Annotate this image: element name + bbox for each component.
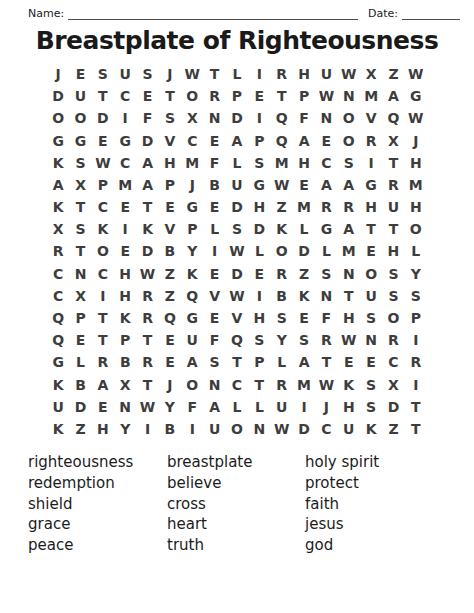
grid-cell-r13c5: T: [136, 329, 158, 351]
grid-cell-r7c15: H: [360, 196, 382, 218]
grid-cell-r15c10: T: [248, 373, 270, 395]
word-breastplate: breastplate: [167, 452, 305, 473]
grid-cell-r7c7: G: [181, 196, 203, 218]
grid-cell-r3c13: N: [315, 107, 337, 129]
grid-cell-r15c11: R: [271, 373, 293, 395]
date-label: Date:: [368, 7, 402, 20]
grid-cell-r7c6: E: [159, 196, 181, 218]
grid-cell-r12c7: G: [181, 307, 203, 329]
grid-cell-r16c3: E: [92, 396, 114, 418]
grid-cell-r10c4: H: [114, 263, 136, 285]
grid-cell-r5c1: K: [47, 152, 69, 174]
grid-cell-r12c16: O: [382, 307, 404, 329]
grid-cell-r12c12: E: [293, 307, 315, 329]
grid-cell-r6c1: A: [47, 174, 69, 196]
grid-cell-r9c12: D: [293, 240, 315, 262]
grid-cell-r14c6: E: [159, 351, 181, 373]
grid-cell-r15c9: C: [226, 373, 248, 395]
grid-cell-r4c1: G: [47, 130, 69, 152]
grid-cell-r16c6: Y: [159, 396, 181, 418]
grid-cell-r3c2: O: [69, 107, 91, 129]
grid-cell-r4c3: E: [92, 130, 114, 152]
grid-cell-r7c5: T: [136, 196, 158, 218]
grid-cell-r12c17: P: [405, 307, 427, 329]
grid-cell-r11c4: H: [114, 285, 136, 307]
grid-cell-r9c5: D: [136, 240, 158, 262]
grid-cell-r10c11: R: [271, 263, 293, 285]
word-shield: shield: [28, 494, 167, 515]
grid-cell-r2c1: D: [47, 85, 69, 107]
grid-cell-r13c10: S: [248, 329, 270, 351]
grid-cell-r12c5: R: [136, 307, 158, 329]
grid-cell-r6c11: W: [271, 174, 293, 196]
grid-cell-r10c16: S: [382, 263, 404, 285]
grid-cell-r13c13: R: [315, 329, 337, 351]
grid-cell-r14c15: E: [360, 351, 382, 373]
grid-cell-r9c10: L: [248, 240, 270, 262]
grid-cell-r17c9: O: [226, 418, 248, 440]
grid-cell-r11c10: I: [248, 285, 270, 307]
grid-cell-r17c16: Z: [382, 418, 404, 440]
grid-cell-r9c1: R: [47, 240, 69, 262]
grid-cell-r3c16: Q: [382, 107, 404, 129]
grid-cell-r13c6: E: [159, 329, 181, 351]
grid-cell-r3c3: D: [92, 107, 114, 129]
grid-cell-r2c7: O: [181, 85, 203, 107]
grid-cell-r2c12: P: [293, 85, 315, 107]
word-list-column-1: righteousnessredemptionshieldgracepeace: [28, 452, 167, 556]
grid-cell-r6c9: U: [226, 174, 248, 196]
grid-cell-r12c11: S: [271, 307, 293, 329]
grid-cell-r6c6: P: [159, 174, 181, 196]
grid-cell-r2c14: N: [338, 85, 360, 107]
grid-cell-r17c1: K: [47, 418, 69, 440]
grid-cell-r4c17: J: [405, 130, 427, 152]
grid-cell-r1c15: X: [360, 63, 382, 85]
grid-cell-r1c8: T: [203, 63, 225, 85]
grid-cell-r2c17: G: [405, 85, 427, 107]
grid-cell-r3c4: I: [114, 107, 136, 129]
grid-cell-r6c12: E: [293, 174, 315, 196]
grid-cell-r1c1: J: [47, 63, 69, 85]
grid-cell-r11c14: T: [338, 285, 360, 307]
grid-cell-r8c8: L: [203, 218, 225, 240]
grid-cell-r5c12: H: [293, 152, 315, 174]
grid-cell-r3c12: F: [293, 107, 315, 129]
grid-cell-r15c1: K: [47, 373, 69, 395]
grid-cell-r13c14: W: [338, 329, 360, 351]
grid-cell-r7c11: Z: [271, 196, 293, 218]
grid-cell-r4c12: A: [293, 130, 315, 152]
grid-cell-r13c1: Q: [47, 329, 69, 351]
grid-cell-r1c5: S: [136, 63, 158, 85]
grid-cell-r9c9: W: [226, 240, 248, 262]
word-list: righteousnessredemptionshieldgracepeaceb…: [28, 452, 460, 556]
grid-cell-r6c15: G: [360, 174, 382, 196]
grid-cell-r13c2: E: [69, 329, 91, 351]
grid-cell-r7c4: E: [114, 196, 136, 218]
grid-cell-r17c12: D: [293, 418, 315, 440]
word-holy-spirit: holy spirit: [305, 452, 445, 473]
grid-cell-r4c15: R: [360, 130, 382, 152]
word-jesus: jesus: [305, 514, 445, 535]
grid-cell-r5c8: F: [203, 152, 225, 174]
grid-cell-r11c17: S: [405, 285, 427, 307]
grid-cell-r14c12: A: [293, 351, 315, 373]
word-list-column-3: holy spiritprotectfaithjesusgod: [305, 452, 445, 556]
grid-cell-r10c15: O: [360, 263, 382, 285]
grid-cell-r16c2: D: [69, 396, 91, 418]
grid-cell-r9c14: M: [338, 240, 360, 262]
grid-cell-r3c7: X: [181, 107, 203, 129]
grid-cell-r13c16: R: [382, 329, 404, 351]
grid-cell-r12c9: V: [226, 307, 248, 329]
grid-cell-r11c16: S: [382, 285, 404, 307]
grid-cell-r8c11: K: [271, 218, 293, 240]
grid-cell-r10c2: N: [69, 263, 91, 285]
grid-cell-r3c6: S: [159, 107, 181, 129]
grid-cell-r8c17: O: [405, 218, 427, 240]
grid-cell-r16c14: H: [338, 396, 360, 418]
grid-cell-r11c1: C: [47, 285, 69, 307]
grid-cell-r2c11: T: [271, 85, 293, 107]
grid-cell-r13c3: T: [92, 329, 114, 351]
grid-cell-r10c8: E: [203, 263, 225, 285]
grid-cell-r15c6: J: [159, 373, 181, 395]
grid-cell-r16c16: D: [382, 396, 404, 418]
grid-cell-r2c3: T: [92, 85, 114, 107]
grid-cell-r9c8: I: [203, 240, 225, 262]
grid-cell-r8c5: K: [136, 218, 158, 240]
grid-cell-r17c15: K: [360, 418, 382, 440]
word-faith: faith: [305, 494, 445, 515]
grid-cell-r14c9: T: [226, 351, 248, 373]
grid-cell-r6c5: A: [136, 174, 158, 196]
grid-cell-r15c2: B: [69, 373, 91, 395]
grid-cell-r5c9: L: [226, 152, 248, 174]
grid-cell-r14c4: B: [114, 351, 136, 373]
grid-cell-r14c16: C: [382, 351, 404, 373]
word-believe: believe: [167, 473, 305, 494]
word-grace: grace: [28, 514, 167, 535]
grid-cell-r3c14: O: [338, 107, 360, 129]
grid-cell-r2c5: E: [136, 85, 158, 107]
grid-cell-r1c16: Z: [382, 63, 404, 85]
grid-cell-r7c16: U: [382, 196, 404, 218]
grid-cell-r12c1: Q: [47, 307, 69, 329]
grid-cell-r10c1: C: [47, 263, 69, 285]
grid-cell-r4c10: P: [248, 130, 270, 152]
grid-cell-r11c11: B: [271, 285, 293, 307]
grid-cell-r12c6: Q: [159, 307, 181, 329]
grid-cell-r2c10: E: [248, 85, 270, 107]
grid-cell-r13c8: F: [203, 329, 225, 351]
grid-cell-r9c4: E: [114, 240, 136, 262]
grid-cell-r17c5: I: [136, 418, 158, 440]
grid-cell-r11c13: N: [315, 285, 337, 307]
grid-cell-r16c15: S: [360, 396, 382, 418]
grid-cell-r1c4: U: [114, 63, 136, 85]
grid-cell-r7c9: D: [226, 196, 248, 218]
grid-cell-r4c9: A: [226, 130, 248, 152]
grid-cell-r5c7: M: [181, 152, 203, 174]
grid-cell-r7c14: R: [338, 196, 360, 218]
grid-cell-r13c17: I: [405, 329, 427, 351]
grid-cell-r16c17: T: [405, 396, 427, 418]
grid-cell-r8c2: S: [69, 218, 91, 240]
grid-cell-r8c1: X: [47, 218, 69, 240]
grid-cell-r6c17: M: [405, 174, 427, 196]
grid-cell-r3c11: Q: [271, 107, 293, 129]
grid-cell-r2c16: A: [382, 85, 404, 107]
word-truth: truth: [167, 535, 305, 556]
grid-cell-r10c13: S: [315, 263, 337, 285]
grid-cell-r3c10: I: [248, 107, 270, 129]
grid-cell-r17c8: U: [203, 418, 225, 440]
word-search-grid: JESUSJWTLIRHUWXZWDUTCETORPETPWNMAGOODIFS…: [47, 63, 427, 440]
grid-cell-r16c4: N: [114, 396, 136, 418]
grid-cell-r9c11: O: [271, 240, 293, 262]
grid-cell-r6c8: B: [203, 174, 225, 196]
grid-cell-r4c2: G: [69, 130, 91, 152]
grid-cell-r17c17: T: [405, 418, 427, 440]
grid-cell-r2c6: T: [159, 85, 181, 107]
grid-cell-r16c12: I: [293, 396, 315, 418]
grid-cell-r7c1: K: [47, 196, 69, 218]
grid-cell-r13c15: N: [360, 329, 382, 351]
grid-cell-r12c2: P: [69, 307, 91, 329]
grid-cell-r3c17: W: [405, 107, 427, 129]
grid-cell-r5c4: C: [114, 152, 136, 174]
grid-cell-r6c3: P: [92, 174, 114, 196]
grid-cell-r14c10: P: [248, 351, 270, 373]
grid-cell-r1c3: S: [92, 63, 114, 85]
grid-cell-r4c7: C: [181, 130, 203, 152]
grid-cell-r9c17: L: [405, 240, 427, 262]
grid-cell-r3c1: O: [47, 107, 69, 129]
grid-cell-r9c15: E: [360, 240, 382, 262]
grid-cell-r12c14: H: [338, 307, 360, 329]
grid-cell-r15c13: W: [315, 373, 337, 395]
grid-cell-r5c5: A: [136, 152, 158, 174]
grid-cell-r6c14: A: [338, 174, 360, 196]
grid-cell-r14c7: A: [181, 351, 203, 373]
grid-cell-r17c10: N: [248, 418, 270, 440]
grid-cell-r4c6: V: [159, 130, 181, 152]
grid-cell-r17c11: W: [271, 418, 293, 440]
word-cross: cross: [167, 494, 305, 515]
grid-cell-r3c9: D: [226, 107, 248, 129]
grid-cell-r17c6: B: [159, 418, 181, 440]
word-redemption: redemption: [28, 473, 167, 494]
grid-cell-r14c3: R: [92, 351, 114, 373]
grid-cell-r3c5: F: [136, 107, 158, 129]
worksheet-header: Name: Date:: [28, 6, 460, 20]
grid-cell-r10c14: N: [338, 263, 360, 285]
grid-cell-r13c11: Y: [271, 329, 293, 351]
grid-cell-r5c2: S: [69, 152, 91, 174]
grid-cell-r8c13: G: [315, 218, 337, 240]
grid-cell-r15c4: X: [114, 373, 136, 395]
grid-cell-r8c10: D: [248, 218, 270, 240]
grid-cell-r12c15: S: [360, 307, 382, 329]
grid-cell-r12c3: T: [92, 307, 114, 329]
name-label: Name:: [28, 7, 68, 20]
grid-cell-r9c13: L: [315, 240, 337, 262]
grid-cell-r2c2: U: [69, 85, 91, 107]
grid-cell-r5c15: I: [360, 152, 382, 174]
grid-cell-r15c16: X: [382, 373, 404, 395]
grid-cell-r8c12: L: [293, 218, 315, 240]
grid-cell-r11c5: R: [136, 285, 158, 307]
grid-cell-r15c17: I: [405, 373, 427, 395]
grid-cell-r17c2: Z: [69, 418, 91, 440]
grid-cell-r2c9: P: [226, 85, 248, 107]
grid-cell-r16c13: J: [315, 396, 337, 418]
grid-cell-r3c8: N: [203, 107, 225, 129]
word-peace: peace: [28, 535, 167, 556]
grid-cell-r7c8: E: [203, 196, 225, 218]
grid-cell-r8c6: V: [159, 218, 181, 240]
grid-cell-r2c4: C: [114, 85, 136, 107]
grid-cell-r6c7: J: [181, 174, 203, 196]
grid-cell-r6c10: G: [248, 174, 270, 196]
grid-cell-r13c9: Q: [226, 329, 248, 351]
grid-cell-r16c7: F: [181, 396, 203, 418]
grid-cell-r16c8: A: [203, 396, 225, 418]
grid-cell-r1c6: J: [159, 63, 181, 85]
grid-cell-r7c3: C: [92, 196, 114, 218]
grid-cell-r12c10: H: [248, 307, 270, 329]
grid-cell-r10c7: K: [181, 263, 203, 285]
date-blank-line: [402, 6, 460, 20]
grid-cell-r7c2: T: [69, 196, 91, 218]
grid-cell-r16c11: U: [271, 396, 293, 418]
grid-cell-r12c8: E: [203, 307, 225, 329]
grid-cell-r5c10: S: [248, 152, 270, 174]
grid-cell-r8c7: P: [181, 218, 203, 240]
grid-cell-r4c11: Q: [271, 130, 293, 152]
grid-cell-r1c11: R: [271, 63, 293, 85]
grid-cell-r7c12: M: [293, 196, 315, 218]
grid-cell-r14c11: L: [271, 351, 293, 373]
grid-cell-r15c15: S: [360, 373, 382, 395]
grid-cell-r1c2: E: [69, 63, 91, 85]
grid-cell-r8c16: T: [382, 218, 404, 240]
grid-cell-r17c3: H: [92, 418, 114, 440]
grid-cell-r8c9: S: [226, 218, 248, 240]
grid-cell-r16c10: L: [248, 396, 270, 418]
grid-cell-r1c7: W: [181, 63, 203, 85]
grid-cell-r6c16: R: [382, 174, 404, 196]
grid-cell-r1c10: I: [248, 63, 270, 85]
puzzle-title: Breastplate of Righteousness: [0, 26, 474, 55]
grid-cell-r16c1: U: [47, 396, 69, 418]
grid-cell-r1c14: W: [338, 63, 360, 85]
grid-cell-r5c11: M: [271, 152, 293, 174]
grid-cell-r11c8: V: [203, 285, 225, 307]
grid-cell-r8c15: T: [360, 218, 382, 240]
grid-cell-r11c12: K: [293, 285, 315, 307]
grid-cell-r11c2: X: [69, 285, 91, 307]
grid-cell-r15c14: K: [338, 373, 360, 395]
grid-cell-r4c4: G: [114, 130, 136, 152]
grid-cell-r5c6: H: [159, 152, 181, 174]
grid-cell-r10c10: E: [248, 263, 270, 285]
grid-cell-r6c13: A: [315, 174, 337, 196]
grid-cell-r14c14: E: [338, 351, 360, 373]
grid-cell-r2c8: R: [203, 85, 225, 107]
grid-cell-r9c3: O: [92, 240, 114, 262]
grid-cell-r1c12: H: [293, 63, 315, 85]
grid-cell-r6c2: X: [69, 174, 91, 196]
grid-cell-r15c7: O: [181, 373, 203, 395]
grid-cell-r15c8: N: [203, 373, 225, 395]
name-blank-line: [68, 6, 358, 20]
grid-cell-r13c12: S: [293, 329, 315, 351]
grid-cell-r1c17: W: [405, 63, 427, 85]
grid-cell-r10c3: C: [92, 263, 114, 285]
grid-cell-r17c4: Y: [114, 418, 136, 440]
grid-cell-r5c3: W: [92, 152, 114, 174]
grid-cell-r10c17: Y: [405, 263, 427, 285]
grid-cell-r11c6: Z: [159, 285, 181, 307]
grid-cell-r10c5: W: [136, 263, 158, 285]
grid-cell-r9c7: Y: [181, 240, 203, 262]
grid-cell-r5c17: H: [405, 152, 427, 174]
grid-cell-r13c4: P: [114, 329, 136, 351]
grid-cell-r2c15: M: [360, 85, 382, 107]
grid-cell-r17c13: C: [315, 418, 337, 440]
word-righteousness: righteousness: [28, 452, 167, 473]
grid-cell-r3c15: V: [360, 107, 382, 129]
word-list-column-2: breastplatebelievecrosshearttruth: [167, 452, 305, 556]
grid-cell-r15c5: T: [136, 373, 158, 395]
grid-cell-r8c4: I: [114, 218, 136, 240]
grid-cell-r9c2: T: [69, 240, 91, 262]
grid-cell-r10c9: D: [226, 263, 248, 285]
word-god: god: [305, 535, 445, 556]
grid-cell-r14c17: R: [405, 351, 427, 373]
grid-cell-r12c4: K: [114, 307, 136, 329]
grid-cell-r17c14: U: [338, 418, 360, 440]
grid-cell-r10c12: Z: [293, 263, 315, 285]
grid-cell-r13c7: U: [181, 329, 203, 351]
grid-cell-r8c14: A: [338, 218, 360, 240]
grid-cell-r11c3: I: [92, 285, 114, 307]
grid-cell-r14c5: R: [136, 351, 158, 373]
word-protect: protect: [305, 473, 445, 494]
grid-cell-r5c13: C: [315, 152, 337, 174]
grid-cell-r6c4: M: [114, 174, 136, 196]
grid-cell-r4c16: X: [382, 130, 404, 152]
grid-cell-r5c14: S: [338, 152, 360, 174]
grid-cell-r7c10: H: [248, 196, 270, 218]
grid-cell-r14c13: T: [315, 351, 337, 373]
grid-cell-r4c13: E: [315, 130, 337, 152]
grid-cell-r11c7: Q: [181, 285, 203, 307]
grid-cell-r1c9: L: [226, 63, 248, 85]
grid-cell-r16c9: L: [226, 396, 248, 418]
grid-cell-r15c12: M: [293, 373, 315, 395]
grid-cell-r17c7: I: [181, 418, 203, 440]
grid-cell-r4c5: D: [136, 130, 158, 152]
grid-cell-r8c3: K: [92, 218, 114, 240]
grid-cell-r4c14: O: [338, 130, 360, 152]
grid-cell-r14c2: L: [69, 351, 91, 373]
word-heart: heart: [167, 514, 305, 535]
grid-cell-r14c8: S: [203, 351, 225, 373]
